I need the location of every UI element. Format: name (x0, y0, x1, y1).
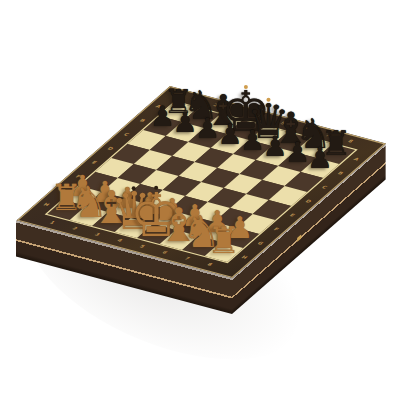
chess-piece-black-pawn[interactable]: ♟ (240, 127, 265, 155)
piece-finial-tip (266, 98, 270, 102)
coordinate-label: F (270, 226, 283, 233)
chess-piece-black-pawn[interactable]: ♟ (150, 103, 175, 131)
coordinate-label: D (104, 145, 117, 152)
coordinate-label: E (286, 212, 299, 219)
coordinate-label: D (302, 198, 315, 205)
piece-finial-tip (154, 186, 158, 190)
coordinate-label: G (254, 240, 267, 247)
piece-glyph: ♟ (150, 103, 175, 131)
coordinate-label: 8 (203, 261, 216, 268)
chess-box-scene: 11AA22BB33CC44DD55EE66FF77GG88HH ♜♞♝♟♚♟♛… (0, 0, 400, 400)
coordinate-label: E (88, 159, 101, 166)
chess-piece-black-pawn[interactable]: ♟ (262, 133, 287, 161)
piece-glyph: ♜ (207, 222, 240, 259)
chess-piece-black-pawn[interactable]: ♟ (195, 115, 220, 143)
coordinate-label: 1 (46, 219, 59, 226)
coordinate-label: C (318, 184, 331, 191)
piece-glyph: ♟ (172, 109, 197, 137)
coordinate-label: B (136, 117, 149, 124)
piece-glyph: ♟ (262, 133, 287, 161)
coordinate-label: C (120, 131, 133, 138)
hinge-icon (297, 234, 301, 242)
chess-piece-black-pawn[interactable]: ♟ (307, 144, 333, 173)
piece-glyph: ♟ (307, 144, 333, 173)
piece-glyph: ♟ (195, 115, 220, 143)
coordinate-label: A (350, 156, 363, 163)
piece-glyph: ♟ (217, 121, 242, 149)
chess-piece-black-pawn[interactable]: ♟ (217, 121, 242, 149)
piece-finial-tip (244, 85, 248, 89)
chess-piece-black-pawn[interactable]: ♟ (172, 109, 197, 137)
piece-glyph: ♟ (240, 127, 265, 155)
coordinate-label: B (334, 170, 347, 177)
chess-piece-white-rook[interactable]: ♜ (207, 222, 240, 259)
